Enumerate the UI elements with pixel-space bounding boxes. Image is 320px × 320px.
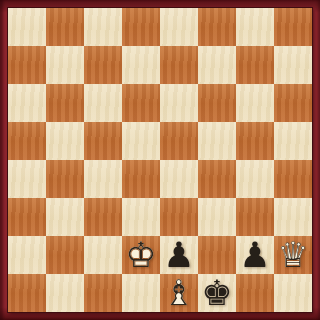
black-pawn-glyph: ♟ [236, 236, 274, 274]
square-g4[interactable] [236, 160, 274, 198]
square-d5[interactable] [122, 122, 160, 160]
square-e7[interactable] [160, 46, 198, 84]
black-pawn-glyph: ♟ [160, 236, 198, 274]
square-f6[interactable] [198, 84, 236, 122]
square-b6[interactable] [46, 84, 84, 122]
chess-board-frame: ♚♔♟♟♛♕♝♗♚ [0, 0, 320, 320]
square-e5[interactable] [160, 122, 198, 160]
square-g1[interactable] [236, 274, 274, 312]
black-king-glyph: ♚ [198, 274, 236, 312]
square-e1[interactable]: ♝♗ [160, 274, 198, 312]
square-c5[interactable] [84, 122, 122, 160]
square-e3[interactable] [160, 198, 198, 236]
square-a7[interactable] [8, 46, 46, 84]
square-a4[interactable] [8, 160, 46, 198]
square-h8[interactable] [274, 8, 312, 46]
white-bishop[interactable]: ♝♗ [160, 274, 198, 312]
square-c6[interactable] [84, 84, 122, 122]
square-d1[interactable] [122, 274, 160, 312]
black-pawn[interactable]: ♟ [236, 236, 274, 274]
square-c7[interactable] [84, 46, 122, 84]
square-a5[interactable] [8, 122, 46, 160]
square-f3[interactable] [198, 198, 236, 236]
square-a3[interactable] [8, 198, 46, 236]
square-g6[interactable] [236, 84, 274, 122]
square-c1[interactable] [84, 274, 122, 312]
square-e6[interactable] [160, 84, 198, 122]
square-a6[interactable] [8, 84, 46, 122]
square-h6[interactable] [274, 84, 312, 122]
square-f2[interactable] [198, 236, 236, 274]
square-b7[interactable] [46, 46, 84, 84]
square-h7[interactable] [274, 46, 312, 84]
square-f8[interactable] [198, 8, 236, 46]
white-bishop-outline-glyph: ♗ [160, 274, 198, 312]
square-g8[interactable] [236, 8, 274, 46]
square-e8[interactable] [160, 8, 198, 46]
square-g5[interactable] [236, 122, 274, 160]
square-a8[interactable] [8, 8, 46, 46]
square-f1[interactable]: ♚ [198, 274, 236, 312]
square-a2[interactable] [8, 236, 46, 274]
square-c8[interactable] [84, 8, 122, 46]
square-f7[interactable] [198, 46, 236, 84]
square-b1[interactable] [46, 274, 84, 312]
chess-board: ♚♔♟♟♛♕♝♗♚ [8, 8, 312, 312]
white-queen[interactable]: ♛♕ [274, 236, 312, 274]
square-c3[interactable] [84, 198, 122, 236]
square-a1[interactable] [8, 274, 46, 312]
square-h1[interactable] [274, 274, 312, 312]
square-e2[interactable]: ♟ [160, 236, 198, 274]
square-f5[interactable] [198, 122, 236, 160]
black-pawn[interactable]: ♟ [160, 236, 198, 274]
square-f4[interactable] [198, 160, 236, 198]
square-b5[interactable] [46, 122, 84, 160]
square-h5[interactable] [274, 122, 312, 160]
square-d3[interactable] [122, 198, 160, 236]
square-b8[interactable] [46, 8, 84, 46]
square-b2[interactable] [46, 236, 84, 274]
square-g7[interactable] [236, 46, 274, 84]
square-d2[interactable]: ♚♔ [122, 236, 160, 274]
square-d6[interactable] [122, 84, 160, 122]
square-d8[interactable] [122, 8, 160, 46]
square-c4[interactable] [84, 160, 122, 198]
white-queen-outline-glyph: ♕ [274, 236, 312, 274]
square-h2[interactable]: ♛♕ [274, 236, 312, 274]
white-king[interactable]: ♚♔ [122, 236, 160, 274]
square-h4[interactable] [274, 160, 312, 198]
white-king-outline-glyph: ♔ [122, 236, 160, 274]
square-b4[interactable] [46, 160, 84, 198]
square-h3[interactable] [274, 198, 312, 236]
black-king[interactable]: ♚ [198, 274, 236, 312]
square-g3[interactable] [236, 198, 274, 236]
square-d7[interactable] [122, 46, 160, 84]
square-c2[interactable] [84, 236, 122, 274]
square-d4[interactable] [122, 160, 160, 198]
square-e4[interactable] [160, 160, 198, 198]
square-g2[interactable]: ♟ [236, 236, 274, 274]
square-b3[interactable] [46, 198, 84, 236]
